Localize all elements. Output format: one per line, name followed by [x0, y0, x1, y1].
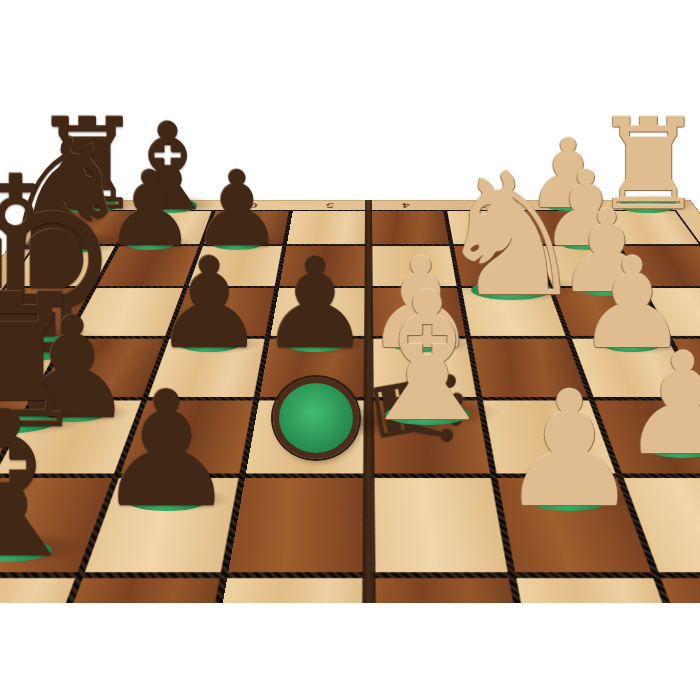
square-d5 — [242, 399, 368, 476]
chess-set-photo: 87654321 ♜♞♚♜♝♝♟♟♟♟♟♟♛♝♟♞♟♟♟♟♟♟♜ — [0, 0, 700, 700]
square-f4 — [368, 287, 468, 337]
rank-label-2: 2 — [519, 201, 599, 209]
square-e5 — [256, 337, 368, 398]
square-h5 — [285, 210, 368, 245]
square-f6 — [167, 287, 277, 337]
square-e4 — [368, 337, 480, 398]
rank-label-6: 6 — [214, 201, 292, 209]
square-b5 — [200, 575, 368, 603]
rank-label-3: 3 — [443, 201, 521, 209]
square-d4 — [368, 399, 494, 476]
rank-label-5: 5 — [291, 201, 368, 209]
square-f5 — [268, 287, 368, 337]
square-g3 — [451, 245, 550, 287]
rank-label-7: 7 — [137, 201, 217, 209]
square-h4 — [368, 210, 451, 245]
square-c4 — [368, 476, 512, 575]
square-g4 — [368, 245, 459, 287]
square-g6 — [186, 245, 285, 287]
rank-label-1: 1 — [594, 201, 675, 209]
square-c5 — [224, 476, 368, 575]
square-g5 — [277, 245, 368, 287]
square-b4 — [368, 575, 536, 603]
rank-label-8: 8 — [61, 201, 142, 209]
square-h3 — [445, 210, 535, 245]
chess-board: 87654321 — [0, 200, 700, 603]
square-e6 — [145, 337, 268, 398]
square-h6 — [201, 210, 291, 245]
square-b7 — [0, 575, 80, 603]
board-squares — [0, 210, 700, 603]
rank-label-4: 4 — [368, 201, 445, 209]
